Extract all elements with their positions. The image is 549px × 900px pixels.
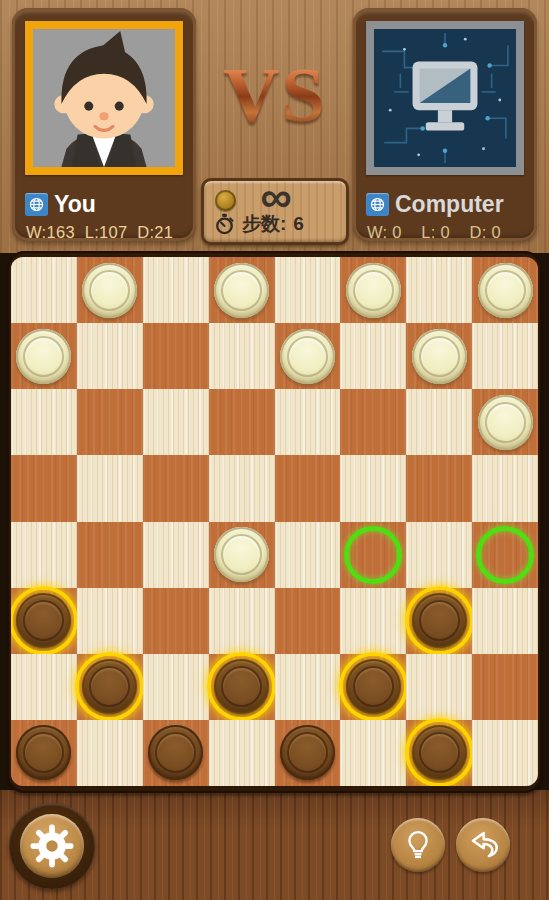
- square-r8c7[interactable]: [406, 720, 472, 786]
- square-r6c7[interactable]: [406, 588, 472, 654]
- cream-piece[interactable]: [214, 263, 269, 318]
- settings-button-face: [20, 814, 84, 878]
- computer-avatar: [366, 21, 524, 175]
- square-r6c5[interactable]: [275, 588, 341, 654]
- square-r7c3[interactable]: [143, 654, 209, 720]
- cream-piece[interactable]: [214, 527, 269, 582]
- cream-piece[interactable]: [280, 329, 335, 384]
- square-r4c8[interactable]: [472, 455, 538, 521]
- vs-label: VS: [195, 56, 355, 134]
- globe-icon: [25, 193, 48, 216]
- square-r6c3[interactable]: [143, 588, 209, 654]
- square-r3c4[interactable]: [209, 389, 275, 455]
- square-r5c2[interactable]: [77, 522, 143, 588]
- cream-piece[interactable]: [478, 395, 533, 450]
- square-r3c8[interactable]: [472, 389, 538, 455]
- square-r2c5[interactable]: [275, 323, 341, 389]
- move-target-ring[interactable]: [344, 526, 402, 584]
- cream-piece[interactable]: [412, 329, 467, 384]
- square-r7c4[interactable]: [209, 654, 275, 720]
- square-r5c3[interactable]: [143, 522, 209, 588]
- move-counter-panel: ∞ 步数:6: [201, 178, 349, 245]
- brown-piece[interactable]: [82, 659, 137, 714]
- square-r2c2[interactable]: [77, 323, 143, 389]
- square-r1c8[interactable]: [472, 257, 538, 323]
- steps-label: 步数:: [242, 211, 286, 237]
- square-r4c7[interactable]: [406, 455, 472, 521]
- computer-record: W: 0 L: 0 D: 0: [367, 223, 501, 242]
- board-grid: [11, 257, 538, 786]
- hint-button[interactable]: [391, 818, 445, 872]
- square-r6c4[interactable]: [209, 588, 275, 654]
- game-screen: You W:163 L:107 D:21 VS ∞ 步数:6: [0, 0, 549, 900]
- steps-row: 步数:6: [214, 211, 304, 237]
- square-r8c1[interactable]: [11, 720, 77, 786]
- square-r4c6[interactable]: [340, 455, 406, 521]
- checkers-board: [7, 251, 542, 793]
- brown-piece[interactable]: [280, 725, 335, 780]
- square-r5c7[interactable]: [406, 522, 472, 588]
- player-name: You: [54, 193, 96, 216]
- player-card: You W:163 L:107 D:21: [12, 8, 196, 241]
- player-record: W:163 L:107 D:21: [26, 223, 173, 242]
- cream-piece[interactable]: [346, 263, 401, 318]
- square-r6c8[interactable]: [472, 588, 538, 654]
- brown-piece[interactable]: [16, 725, 71, 780]
- square-r6c1[interactable]: [11, 588, 77, 654]
- square-r8c2[interactable]: [77, 720, 143, 786]
- square-r8c8[interactable]: [472, 720, 538, 786]
- brown-piece[interactable]: [412, 593, 467, 648]
- computer-card: Computer W: 0 L: 0 D: 0: [353, 8, 537, 241]
- square-r2c8[interactable]: [472, 323, 538, 389]
- settings-button[interactable]: [9, 803, 95, 889]
- square-r4c1[interactable]: [11, 455, 77, 521]
- square-r3c6[interactable]: [340, 389, 406, 455]
- brown-piece[interactable]: [412, 725, 467, 780]
- square-r5c4[interactable]: [209, 522, 275, 588]
- square-r3c7[interactable]: [406, 389, 472, 455]
- steps-value: 6: [293, 213, 304, 235]
- undo-button[interactable]: [456, 818, 510, 872]
- square-r4c5[interactable]: [275, 455, 341, 521]
- globe-icon: [366, 193, 389, 216]
- square-r1c5[interactable]: [275, 257, 341, 323]
- brown-piece[interactable]: [346, 659, 401, 714]
- square-r8c3[interactable]: [143, 720, 209, 786]
- square-r7c2[interactable]: [77, 654, 143, 720]
- player-avatar: [25, 21, 183, 175]
- move-target-ring[interactable]: [476, 526, 534, 584]
- square-r1c3[interactable]: [143, 257, 209, 323]
- boy-avatar-icon: [33, 29, 175, 167]
- cream-piece[interactable]: [478, 263, 533, 318]
- square-r3c2[interactable]: [77, 389, 143, 455]
- square-r3c5[interactable]: [275, 389, 341, 455]
- computer-name: Computer: [395, 193, 504, 216]
- stopwatch-icon: [214, 213, 235, 235]
- square-r7c8[interactable]: [472, 654, 538, 720]
- square-r8c6[interactable]: [340, 720, 406, 786]
- square-r2c1[interactable]: [11, 323, 77, 389]
- square-r1c7[interactable]: [406, 257, 472, 323]
- square-r8c5[interactable]: [275, 720, 341, 786]
- square-r7c6[interactable]: [340, 654, 406, 720]
- square-r4c2[interactable]: [77, 455, 143, 521]
- brown-piece[interactable]: [214, 659, 269, 714]
- square-r3c1[interactable]: [11, 389, 77, 455]
- square-r2c7[interactable]: [406, 323, 472, 389]
- square-r8c4[interactable]: [209, 720, 275, 786]
- gear-icon: [29, 823, 75, 869]
- brown-piece[interactable]: [148, 725, 203, 780]
- square-r7c1[interactable]: [11, 654, 77, 720]
- square-r7c7[interactable]: [406, 654, 472, 720]
- square-r5c8[interactable]: [472, 522, 538, 588]
- cream-piece[interactable]: [82, 263, 137, 318]
- undo-arrow-icon: [467, 830, 499, 860]
- square-r7c5[interactable]: [275, 654, 341, 720]
- square-r6c2[interactable]: [77, 588, 143, 654]
- computer-name-row: Computer: [366, 193, 504, 216]
- lightbulb-icon: [403, 829, 433, 861]
- brown-piece[interactable]: [16, 593, 71, 648]
- player-name-row: You: [25, 193, 96, 216]
- computer-monitor-icon: [374, 29, 516, 167]
- square-r3c3[interactable]: [143, 389, 209, 455]
- square-r2c3[interactable]: [143, 323, 209, 389]
- square-r5c5[interactable]: [275, 522, 341, 588]
- square-r1c4[interactable]: [209, 257, 275, 323]
- square-r5c1[interactable]: [11, 522, 77, 588]
- square-r1c1[interactable]: [11, 257, 77, 323]
- square-r4c4[interactable]: [209, 455, 275, 521]
- square-r2c6[interactable]: [340, 323, 406, 389]
- square-r5c6[interactable]: [340, 522, 406, 588]
- square-r2c4[interactable]: [209, 323, 275, 389]
- square-r1c6[interactable]: [340, 257, 406, 323]
- square-r6c6[interactable]: [340, 588, 406, 654]
- cream-piece[interactable]: [16, 329, 71, 384]
- square-r1c2[interactable]: [77, 257, 143, 323]
- square-r4c3[interactable]: [143, 455, 209, 521]
